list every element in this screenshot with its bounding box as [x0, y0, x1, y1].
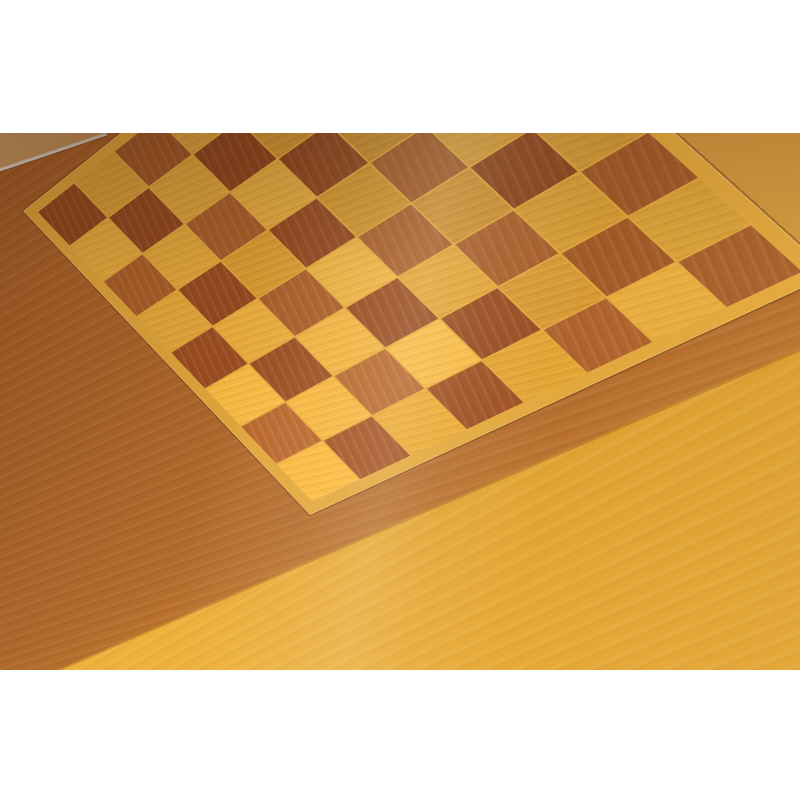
page [0, 0, 800, 800]
photo [0, 133, 800, 670]
table-surface [23, 133, 800, 515]
